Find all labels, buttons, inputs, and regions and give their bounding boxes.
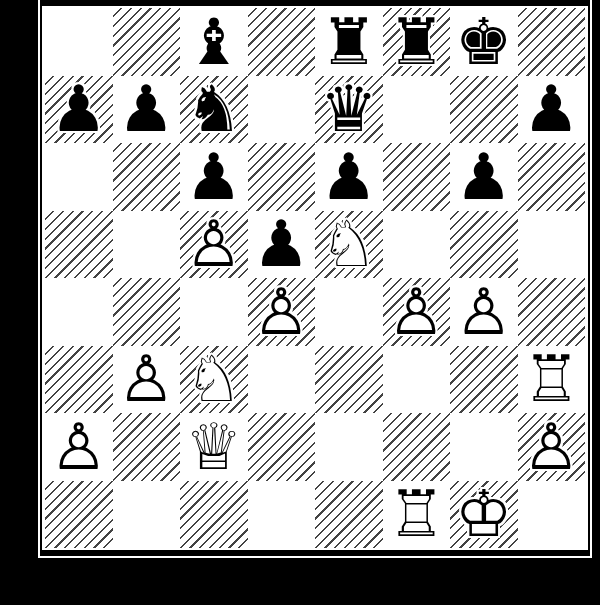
square-e4[interactable] xyxy=(315,278,383,346)
piece-glyph: ♙ xyxy=(45,413,113,481)
piece-glyph: ♔ xyxy=(450,481,518,549)
square-h8[interactable] xyxy=(518,8,586,76)
square-g2[interactable] xyxy=(450,413,518,481)
piece-glyph: ♜ xyxy=(315,8,383,76)
piece-glyph: ♞ xyxy=(180,76,248,144)
white-rook-f1[interactable]: ♜♖ xyxy=(383,481,451,549)
piece-glyph: ♖ xyxy=(518,346,586,414)
square-e1[interactable] xyxy=(315,481,383,549)
square-f2[interactable] xyxy=(383,413,451,481)
piece-glyph: ♟ xyxy=(518,76,586,144)
square-e8[interactable]: ♜♜ xyxy=(315,8,383,76)
square-b7[interactable]: ♟♟ xyxy=(113,76,181,144)
square-c7[interactable]: ♞♞ xyxy=(180,76,248,144)
square-c8[interactable]: ♝♝ xyxy=(180,8,248,76)
square-g5[interactable] xyxy=(450,211,518,279)
square-e7[interactable]: ♛♛ xyxy=(315,76,383,144)
piece-glyph: ♙ xyxy=(518,413,586,481)
square-b5[interactable] xyxy=(113,211,181,279)
square-c5[interactable]: ♟♙ xyxy=(180,211,248,279)
square-h5[interactable] xyxy=(518,211,586,279)
piece-glyph: ♟ xyxy=(450,143,518,211)
square-g3[interactable] xyxy=(450,346,518,414)
square-f6[interactable] xyxy=(383,143,451,211)
square-f7[interactable] xyxy=(383,76,451,144)
black-pawn-a7[interactable]: ♟♟ xyxy=(45,76,113,144)
white-pawn-f4[interactable]: ♟♙ xyxy=(383,278,451,346)
square-c4[interactable] xyxy=(180,278,248,346)
white-pawn-d4[interactable]: ♟♙ xyxy=(248,278,316,346)
square-c6[interactable]: ♟♟ xyxy=(180,143,248,211)
board-frame: ♝♝♜♜♜♜♚♚♟♟♟♟♞♞♛♛♟♟♟♟♟♟♟♟♟♙♟♟♞♘♟♙♟♙♟♙♟♙♞♘… xyxy=(40,0,590,556)
square-b4[interactable] xyxy=(113,278,181,346)
square-e2[interactable] xyxy=(315,413,383,481)
square-e5[interactable]: ♞♘ xyxy=(315,211,383,279)
square-h7[interactable]: ♟♟ xyxy=(518,76,586,144)
piece-glyph: ♙ xyxy=(113,346,181,414)
piece-glyph: ♟ xyxy=(45,76,113,144)
piece-glyph: ♟ xyxy=(113,76,181,144)
black-pawn-d5[interactable]: ♟♟ xyxy=(248,211,316,279)
white-king-g1[interactable]: ♚♔ xyxy=(450,481,518,549)
black-pawn-g6[interactable]: ♟♟ xyxy=(450,143,518,211)
white-pawn-h2[interactable]: ♟♙ xyxy=(518,413,586,481)
piece-glyph: ♛ xyxy=(315,76,383,144)
square-a4[interactable] xyxy=(45,278,113,346)
piece-glyph: ♕ xyxy=(180,413,248,481)
square-g8[interactable]: ♚♚ xyxy=(450,8,518,76)
square-h3[interactable]: ♜♖ xyxy=(518,346,586,414)
square-h2[interactable]: ♟♙ xyxy=(518,413,586,481)
square-d6[interactable] xyxy=(248,143,316,211)
square-g7[interactable] xyxy=(450,76,518,144)
square-h4[interactable] xyxy=(518,278,586,346)
square-f1[interactable]: ♜♖ xyxy=(383,481,451,549)
square-c1[interactable] xyxy=(180,481,248,549)
piece-glyph: ♖ xyxy=(383,481,451,549)
square-h1[interactable] xyxy=(518,481,586,549)
piece-glyph: ♟ xyxy=(248,211,316,279)
piece-glyph: ♘ xyxy=(180,346,248,414)
square-a2[interactable]: ♟♙ xyxy=(45,413,113,481)
black-knight-c7[interactable]: ♞♞ xyxy=(180,76,248,144)
black-pawn-b7[interactable]: ♟♟ xyxy=(113,76,181,144)
square-g6[interactable]: ♟♟ xyxy=(450,143,518,211)
black-rook-f8[interactable]: ♜♜ xyxy=(383,8,451,76)
piece-glyph: ♘ xyxy=(315,211,383,279)
square-g4[interactable]: ♟♙ xyxy=(450,278,518,346)
square-d5[interactable]: ♟♟ xyxy=(248,211,316,279)
square-d8[interactable] xyxy=(248,8,316,76)
square-d3[interactable] xyxy=(248,346,316,414)
square-a3[interactable] xyxy=(45,346,113,414)
piece-glyph: ♟ xyxy=(180,143,248,211)
square-h6[interactable] xyxy=(518,143,586,211)
square-b1[interactable] xyxy=(113,481,181,549)
square-b8[interactable] xyxy=(113,8,181,76)
square-c3[interactable]: ♞♘ xyxy=(180,346,248,414)
piece-glyph: ♟ xyxy=(315,143,383,211)
square-a8[interactable] xyxy=(45,8,113,76)
square-d1[interactable] xyxy=(248,481,316,549)
white-pawn-c5[interactable]: ♟♙ xyxy=(180,211,248,279)
chess-board: ♝♝♜♜♜♜♚♚♟♟♟♟♞♞♛♛♟♟♟♟♟♟♟♟♟♙♟♟♞♘♟♙♟♙♟♙♟♙♞♘… xyxy=(45,8,585,548)
square-a5[interactable] xyxy=(45,211,113,279)
square-a6[interactable] xyxy=(45,143,113,211)
square-c2[interactable]: ♛♕ xyxy=(180,413,248,481)
white-pawn-g4[interactable]: ♟♙ xyxy=(450,278,518,346)
square-b3[interactable]: ♟♙ xyxy=(113,346,181,414)
piece-glyph: ♙ xyxy=(248,278,316,346)
black-rook-e8[interactable]: ♜♜ xyxy=(315,8,383,76)
black-queen-e7[interactable]: ♛♛ xyxy=(315,76,383,144)
square-d2[interactable] xyxy=(248,413,316,481)
piece-glyph: ♙ xyxy=(450,278,518,346)
piece-glyph: ♙ xyxy=(180,211,248,279)
square-g1[interactable]: ♚♔ xyxy=(450,481,518,549)
square-d7[interactable] xyxy=(248,76,316,144)
white-queen-c2[interactable]: ♛♕ xyxy=(180,413,248,481)
piece-glyph: ♙ xyxy=(383,278,451,346)
piece-glyph: ♝ xyxy=(180,8,248,76)
square-f4[interactable]: ♟♙ xyxy=(383,278,451,346)
white-knight-c3[interactable]: ♞♘ xyxy=(180,346,248,414)
square-a1[interactable] xyxy=(45,481,113,549)
white-pawn-b3[interactable]: ♟♙ xyxy=(113,346,181,414)
square-e6[interactable]: ♟♟ xyxy=(315,143,383,211)
square-d4[interactable]: ♟♙ xyxy=(248,278,316,346)
black-pawn-e6[interactable]: ♟♟ xyxy=(315,143,383,211)
square-b6[interactable] xyxy=(113,143,181,211)
white-knight-e5[interactable]: ♞♘ xyxy=(315,211,383,279)
square-f5[interactable] xyxy=(383,211,451,279)
white-pawn-a2[interactable]: ♟♙ xyxy=(45,413,113,481)
black-bishop-c8[interactable]: ♝♝ xyxy=(180,8,248,76)
piece-glyph: ♜ xyxy=(383,8,451,76)
black-king-g8[interactable]: ♚♚ xyxy=(450,8,518,76)
square-a7[interactable]: ♟♟ xyxy=(45,76,113,144)
square-e3[interactable] xyxy=(315,346,383,414)
black-pawn-h7[interactable]: ♟♟ xyxy=(518,76,586,144)
white-rook-h3[interactable]: ♜♖ xyxy=(518,346,586,414)
square-f8[interactable]: ♜♜ xyxy=(383,8,451,76)
black-pawn-c6[interactable]: ♟♟ xyxy=(180,143,248,211)
piece-glyph: ♚ xyxy=(450,8,518,76)
square-b2[interactable] xyxy=(113,413,181,481)
square-f3[interactable] xyxy=(383,346,451,414)
